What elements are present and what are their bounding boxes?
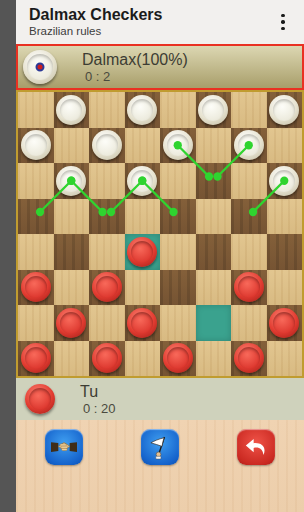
red-piece[interactable] [56,308,86,338]
white-piece[interactable] [163,130,193,160]
square-g3[interactable] [231,270,267,306]
app-title: Dalmax Checkers [29,5,304,24]
square-d5 [125,199,161,235]
square-b2[interactable] [54,305,90,341]
square-b1 [54,341,90,377]
square-h2[interactable] [267,305,303,341]
white-piece[interactable] [269,166,299,196]
square-c7[interactable] [89,128,125,164]
square-b6[interactable] [54,163,90,199]
white-piece[interactable] [234,130,264,160]
player-bar: Tu 0 : 20 [16,378,304,420]
square-d7 [125,128,161,164]
square-e7[interactable] [160,128,196,164]
square-h5 [267,199,303,235]
player-name: Tu [80,383,116,401]
overflow-menu-icon[interactable] [274,10,292,34]
square-a3[interactable] [18,270,54,306]
square-h6[interactable] [267,163,303,199]
board-grid [18,92,302,376]
square-c8 [89,92,125,128]
square-h1 [267,341,303,377]
white-piece[interactable] [127,166,157,196]
white-piece[interactable] [21,130,51,160]
square-h8[interactable] [267,92,303,128]
red-piece[interactable] [21,272,51,302]
square-e4 [160,234,196,270]
app-window: Dalmax Checkers Brazilian rules Dalmax(1… [16,0,304,512]
square-f8[interactable] [196,92,232,128]
opponent-score: 0 : 2 [82,69,188,84]
player-piece-icon [25,384,55,414]
square-f4[interactable] [196,234,232,270]
square-a6 [18,163,54,199]
square-d3 [125,270,161,306]
white-piece[interactable] [56,95,86,125]
white-piece[interactable] [198,95,228,125]
checkers-board [16,90,304,378]
opponent-bar: Dalmax(100%) 0 : 2 [16,44,304,90]
red-piece[interactable] [92,272,122,302]
red-piece[interactable] [234,343,264,373]
square-e6 [160,163,196,199]
square-c2 [89,305,125,341]
white-piece[interactable] [92,130,122,160]
square-a4 [18,234,54,270]
square-a7[interactable] [18,128,54,164]
white-piece[interactable] [56,166,86,196]
square-h4[interactable] [267,234,303,270]
square-a2 [18,305,54,341]
handshake-icon [50,434,78,460]
undo-arrow-icon [243,435,269,460]
opponent-piece-icon [23,50,57,84]
square-f6[interactable] [196,163,232,199]
square-d1 [125,341,161,377]
red-piece[interactable] [234,272,264,302]
square-f5 [196,199,232,235]
square-f7 [196,128,232,164]
white-flag-icon [147,434,173,461]
red-piece[interactable] [127,308,157,338]
square-g6 [231,163,267,199]
square-f3 [196,270,232,306]
square-e2 [160,305,196,341]
square-g7[interactable] [231,128,267,164]
square-f1 [196,341,232,377]
player-score: 0 : 20 [80,401,116,416]
red-piece[interactable] [269,308,299,338]
square-e8 [160,92,196,128]
square-b8[interactable] [54,92,90,128]
opponent-name: Dalmax(100%) [82,51,188,69]
square-g2 [231,305,267,341]
square-e1[interactable] [160,341,196,377]
square-g1[interactable] [231,341,267,377]
square-h7 [267,128,303,164]
square-h3 [267,270,303,306]
offer-draw-button[interactable] [45,429,83,465]
undo-button[interactable] [237,429,275,465]
square-g5[interactable] [231,199,267,235]
square-a1[interactable] [18,341,54,377]
square-d2[interactable] [125,305,161,341]
app-subtitle: Brazilian rules [29,24,304,38]
square-c3[interactable] [89,270,125,306]
square-b5 [54,199,90,235]
red-piece[interactable] [163,343,193,373]
app-bar: Dalmax Checkers Brazilian rules [16,0,304,44]
red-piece[interactable] [21,343,51,373]
square-c5[interactable] [89,199,125,235]
square-e5[interactable] [160,199,196,235]
square-c1[interactable] [89,341,125,377]
turn-indicator-icon [36,63,45,72]
square-g4 [231,234,267,270]
square-b4[interactable] [54,234,90,270]
square-d8[interactable] [125,92,161,128]
square-g8 [231,92,267,128]
square-e3[interactable] [160,270,196,306]
red-piece[interactable] [127,237,157,267]
red-piece[interactable] [92,343,122,373]
square-c6 [89,163,125,199]
square-d4[interactable] [125,234,161,270]
bottom-toolbar [16,420,304,512]
white-piece[interactable] [269,95,299,125]
square-a8 [18,92,54,128]
square-b7 [54,128,90,164]
resign-button[interactable] [141,429,179,465]
square-d6[interactable] [125,163,161,199]
white-piece[interactable] [127,95,157,125]
square-b3 [54,270,90,306]
square-a5[interactable] [18,199,54,235]
square-c4 [89,234,125,270]
square-f2[interactable] [196,305,232,341]
